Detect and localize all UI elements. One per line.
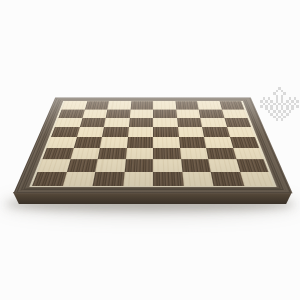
square-f1 — [182, 171, 214, 185]
square-g7 — [199, 109, 224, 118]
square-d6 — [128, 117, 153, 126]
square-e7 — [153, 109, 177, 118]
square-h5 — [227, 127, 255, 137]
square-g4 — [204, 137, 233, 148]
square-f2 — [181, 159, 211, 172]
board-squares — [32, 101, 274, 185]
square-h6 — [224, 117, 251, 126]
square-c4 — [100, 137, 128, 148]
square-h2 — [236, 159, 269, 172]
square-d8 — [130, 101, 153, 109]
square-d1 — [123, 171, 153, 185]
square-g3 — [206, 147, 236, 159]
square-a2 — [37, 159, 70, 172]
square-f8 — [175, 101, 199, 109]
square-e1 — [153, 171, 183, 185]
square-a6 — [55, 117, 82, 126]
square-f4 — [179, 137, 207, 148]
square-f6 — [177, 117, 202, 126]
square-c2 — [95, 159, 125, 172]
square-b7 — [82, 109, 107, 118]
square-h7 — [221, 109, 247, 118]
square-g1 — [211, 171, 244, 185]
square-b1 — [62, 171, 95, 185]
square-c1 — [93, 171, 125, 185]
square-d7 — [129, 109, 153, 118]
square-a4 — [47, 137, 77, 148]
square-d4 — [126, 137, 153, 148]
square-h3 — [233, 147, 264, 159]
square-b5 — [77, 127, 104, 137]
square-e5 — [153, 127, 179, 137]
square-c3 — [98, 147, 127, 159]
square-f7 — [176, 109, 200, 118]
square-f3 — [180, 147, 209, 159]
watermark-row — [260, 118, 299, 121]
square-e4 — [153, 137, 180, 148]
square-e2 — [153, 159, 182, 172]
square-a8 — [62, 101, 87, 109]
product-photo — [0, 0, 300, 300]
square-b8 — [85, 101, 109, 109]
watermark-gap — [296, 118, 299, 121]
square-a5 — [51, 127, 79, 137]
square-h8 — [219, 101, 244, 109]
square-a1 — [32, 171, 66, 185]
square-b3 — [70, 147, 100, 159]
square-d3 — [125, 147, 153, 159]
board-front-edge — [13, 192, 292, 204]
square-a7 — [58, 109, 84, 118]
square-c6 — [104, 117, 129, 126]
square-b4 — [73, 137, 102, 148]
square-g2 — [208, 159, 239, 172]
square-d5 — [128, 127, 154, 137]
square-g5 — [202, 127, 229, 137]
square-g6 — [200, 117, 226, 126]
square-e8 — [153, 101, 176, 109]
square-e3 — [153, 147, 181, 159]
square-b6 — [79, 117, 105, 126]
square-h4 — [230, 137, 260, 148]
square-b2 — [66, 159, 97, 172]
square-g8 — [197, 101, 221, 109]
square-c8 — [107, 101, 131, 109]
watermark-pixel-chess-ornament — [260, 87, 299, 121]
square-a3 — [42, 147, 73, 159]
square-c7 — [106, 109, 130, 118]
square-e6 — [153, 117, 178, 126]
chess-board — [13, 97, 292, 193]
square-f5 — [178, 127, 204, 137]
square-c5 — [102, 127, 128, 137]
square-h1 — [240, 171, 274, 185]
square-d2 — [124, 159, 153, 172]
